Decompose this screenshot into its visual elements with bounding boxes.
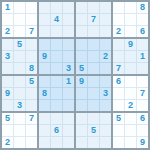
cell-r6c4[interactable] bbox=[39, 63, 50, 74]
cell-r3c10[interactable]: 2 bbox=[113, 26, 124, 37]
cell-r5c11[interactable] bbox=[125, 51, 136, 62]
cell-r8c8[interactable] bbox=[88, 88, 99, 99]
cell-r5c8[interactable] bbox=[88, 51, 99, 62]
cell-r10c1[interactable]: 5 bbox=[2, 113, 13, 124]
cell-r3c1[interactable]: 2 bbox=[2, 26, 13, 37]
cell-r2c6[interactable] bbox=[63, 14, 74, 25]
box-r3c3: 93 bbox=[76, 76, 111, 111]
cell-r3c6[interactable] bbox=[63, 26, 74, 37]
cell-r12c6[interactable] bbox=[63, 137, 74, 148]
cell-r4c10[interactable] bbox=[113, 39, 124, 50]
cell-r3c11[interactable] bbox=[125, 26, 136, 37]
cell-r3c4[interactable] bbox=[39, 26, 50, 37]
cell-r7c5[interactable] bbox=[51, 76, 62, 87]
cell-r8c1[interactable]: 9 bbox=[2, 88, 13, 99]
cell-r9c10[interactable] bbox=[113, 100, 124, 111]
cell-r10c4[interactable] bbox=[39, 113, 50, 124]
cell-r1c6[interactable] bbox=[63, 2, 74, 13]
box-r4c2: 6 bbox=[39, 113, 74, 148]
cell-r9c1[interactable] bbox=[2, 100, 13, 111]
cell-r10c7[interactable] bbox=[76, 113, 87, 124]
cell-r10c6[interactable] bbox=[63, 113, 74, 124]
cell-r10c11[interactable] bbox=[125, 113, 136, 124]
box-r1c2: 4 bbox=[39, 2, 74, 37]
cell-r4c12[interactable] bbox=[137, 39, 148, 50]
cell-r8c11[interactable] bbox=[125, 88, 136, 99]
box-r3c1: 593 bbox=[2, 76, 37, 111]
cell-r12c1[interactable]: 2 bbox=[2, 137, 13, 148]
cell-r3c9[interactable] bbox=[100, 26, 111, 37]
box-r2c3: 25 bbox=[76, 39, 111, 74]
cell-r12c2[interactable] bbox=[14, 137, 25, 148]
box-r2c2: 93 bbox=[39, 39, 74, 74]
cell-r8c10[interactable] bbox=[113, 88, 124, 99]
cell-r1c8[interactable] bbox=[88, 2, 99, 13]
cell-r7c2[interactable] bbox=[14, 76, 25, 87]
cell-r9c5[interactable] bbox=[51, 100, 62, 111]
cell-r7c11[interactable] bbox=[125, 76, 136, 87]
cell-r4c4[interactable] bbox=[39, 39, 50, 50]
cell-r8c3[interactable] bbox=[26, 88, 37, 99]
cell-r12c10[interactable] bbox=[113, 137, 124, 148]
box-r4c4: 569 bbox=[113, 113, 148, 148]
cell-r6c6[interactable]: 3 bbox=[63, 63, 74, 74]
cell-r12c9[interactable] bbox=[100, 137, 111, 148]
cell-r5c7[interactable] bbox=[76, 51, 87, 62]
cell-r2c1[interactable] bbox=[2, 14, 13, 25]
cell-r11c7[interactable] bbox=[76, 125, 87, 136]
cell-r2c3[interactable] bbox=[26, 14, 37, 25]
cell-r6c2[interactable] bbox=[14, 63, 25, 74]
cell-r5c4[interactable]: 9 bbox=[39, 51, 50, 62]
cell-r5c12[interactable]: 1 bbox=[137, 51, 148, 62]
cell-r7c10[interactable]: 6 bbox=[113, 76, 124, 87]
cell-r2c4[interactable] bbox=[39, 14, 50, 25]
cell-r11c9[interactable] bbox=[100, 125, 111, 136]
cell-r4c11[interactable]: 9 bbox=[125, 39, 136, 50]
cell-r7c9[interactable] bbox=[100, 76, 111, 87]
cell-r12c5[interactable] bbox=[51, 137, 62, 148]
cell-r4c8[interactable] bbox=[88, 39, 99, 50]
sudoku-board: 127478265389325917593189367257265569 bbox=[0, 0, 150, 150]
cell-r12c7[interactable] bbox=[76, 137, 87, 148]
cell-r10c12[interactable]: 6 bbox=[137, 113, 148, 124]
cell-r3c3[interactable]: 7 bbox=[26, 26, 37, 37]
cell-r11c4[interactable] bbox=[39, 125, 50, 136]
cell-r7c3[interactable]: 5 bbox=[26, 76, 37, 87]
cell-r1c5[interactable] bbox=[51, 2, 62, 13]
cell-r4c7[interactable] bbox=[76, 39, 87, 50]
cell-r7c12[interactable] bbox=[137, 76, 148, 87]
cell-r3c8[interactable] bbox=[88, 26, 99, 37]
box-r2c1: 538 bbox=[2, 39, 37, 74]
cell-r7c6[interactable]: 1 bbox=[63, 76, 74, 87]
cell-r11c2[interactable] bbox=[14, 125, 25, 136]
cell-r4c1[interactable] bbox=[2, 39, 13, 50]
cell-r9c11[interactable]: 2 bbox=[125, 100, 136, 111]
cell-r1c3[interactable] bbox=[26, 2, 37, 13]
box-r4c3: 5 bbox=[76, 113, 111, 148]
cell-r10c9[interactable] bbox=[100, 113, 111, 124]
cell-r4c6[interactable] bbox=[63, 39, 74, 50]
cell-r9c7[interactable] bbox=[76, 100, 87, 111]
cell-r3c12[interactable]: 6 bbox=[137, 26, 148, 37]
cell-r2c5[interactable]: 4 bbox=[51, 14, 62, 25]
box-r3c4: 672 bbox=[113, 76, 148, 111]
cell-r7c7[interactable]: 9 bbox=[76, 76, 87, 87]
cell-r5c9[interactable]: 2 bbox=[100, 51, 111, 62]
cell-r4c2[interactable]: 5 bbox=[14, 39, 25, 50]
cell-r3c5[interactable] bbox=[51, 26, 62, 37]
cell-r11c1[interactable] bbox=[2, 125, 13, 136]
cell-r9c9[interactable] bbox=[100, 100, 111, 111]
cell-r1c12[interactable]: 8 bbox=[137, 2, 148, 13]
cell-r12c4[interactable] bbox=[39, 137, 50, 148]
cell-r4c3[interactable] bbox=[26, 39, 37, 50]
cell-r2c9[interactable] bbox=[100, 14, 111, 25]
cell-r2c2[interactable] bbox=[14, 14, 25, 25]
cell-r6c1[interactable] bbox=[2, 63, 13, 74]
cell-r10c3[interactable]: 7 bbox=[26, 113, 37, 124]
cell-r6c10[interactable]: 7 bbox=[113, 63, 124, 74]
cell-r8c4[interactable]: 8 bbox=[39, 88, 50, 99]
cell-r7c8[interactable] bbox=[88, 76, 99, 87]
cell-r6c5[interactable] bbox=[51, 63, 62, 74]
cell-r10c8[interactable] bbox=[88, 113, 99, 124]
cell-r8c12[interactable]: 7 bbox=[137, 88, 148, 99]
cell-r9c4[interactable] bbox=[39, 100, 50, 111]
cell-r1c2[interactable] bbox=[14, 2, 25, 13]
cell-r2c8[interactable]: 7 bbox=[88, 14, 99, 25]
box-r1c3: 7 bbox=[76, 2, 111, 37]
cell-r1c9[interactable] bbox=[100, 2, 111, 13]
cell-r8c2[interactable] bbox=[14, 88, 25, 99]
cell-r8c9[interactable]: 3 bbox=[100, 88, 111, 99]
cell-r6c8[interactable] bbox=[88, 63, 99, 74]
cell-r11c12[interactable] bbox=[137, 125, 148, 136]
cell-r6c7[interactable]: 5 bbox=[76, 63, 87, 74]
cell-r1c11[interactable] bbox=[125, 2, 136, 13]
cell-r10c2[interactable] bbox=[14, 113, 25, 124]
cell-r6c9[interactable] bbox=[100, 63, 111, 74]
cell-r5c3[interactable] bbox=[26, 51, 37, 62]
cell-r2c10[interactable] bbox=[113, 14, 124, 25]
cell-r1c1[interactable]: 1 bbox=[2, 2, 13, 13]
cell-r2c11[interactable] bbox=[125, 14, 136, 25]
cell-r1c4[interactable] bbox=[39, 2, 50, 13]
box-r3c2: 18 bbox=[39, 76, 74, 111]
cell-r6c11[interactable] bbox=[125, 63, 136, 74]
cell-r11c5[interactable]: 6 bbox=[51, 125, 62, 136]
cell-r9c8[interactable] bbox=[88, 100, 99, 111]
cell-r10c5[interactable] bbox=[51, 113, 62, 124]
cell-r3c7[interactable] bbox=[76, 26, 87, 37]
cell-r8c6[interactable] bbox=[63, 88, 74, 99]
cell-r5c10[interactable] bbox=[113, 51, 124, 62]
cell-r11c3[interactable] bbox=[26, 125, 37, 136]
cell-r5c2[interactable] bbox=[14, 51, 25, 62]
cell-r5c6[interactable] bbox=[63, 51, 74, 62]
cell-r12c12[interactable]: 9 bbox=[137, 137, 148, 148]
cell-r4c5[interactable] bbox=[51, 39, 62, 50]
cell-r9c2[interactable]: 3 bbox=[14, 100, 25, 111]
cell-r9c6[interactable] bbox=[63, 100, 74, 111]
cell-r12c11[interactable] bbox=[125, 137, 136, 148]
cell-r2c12[interactable] bbox=[137, 14, 148, 25]
cell-r5c5[interactable] bbox=[51, 51, 62, 62]
cell-r1c7[interactable] bbox=[76, 2, 87, 13]
cell-r11c10[interactable] bbox=[113, 125, 124, 136]
cell-r7c4[interactable] bbox=[39, 76, 50, 87]
cell-r7c1[interactable] bbox=[2, 76, 13, 87]
cell-r8c5[interactable] bbox=[51, 88, 62, 99]
cell-r2c7[interactable] bbox=[76, 14, 87, 25]
cell-r12c3[interactable] bbox=[26, 137, 37, 148]
cell-r10c10[interactable]: 5 bbox=[113, 113, 124, 124]
box-r1c4: 826 bbox=[113, 2, 148, 37]
box-r2c4: 917 bbox=[113, 39, 148, 74]
cell-r9c3[interactable] bbox=[26, 100, 37, 111]
cell-r11c6[interactable] bbox=[63, 125, 74, 136]
box-r4c1: 572 bbox=[2, 113, 37, 148]
cell-r4c9[interactable] bbox=[100, 39, 111, 50]
cell-r6c12[interactable] bbox=[137, 63, 148, 74]
cell-r3c2[interactable] bbox=[14, 26, 25, 37]
cell-r9c12[interactable] bbox=[137, 100, 148, 111]
cell-r11c11[interactable] bbox=[125, 125, 136, 136]
cell-r1c10[interactable] bbox=[113, 2, 124, 13]
cell-r12c8[interactable] bbox=[88, 137, 99, 148]
box-r1c1: 127 bbox=[2, 2, 37, 37]
cell-r8c7[interactable] bbox=[76, 88, 87, 99]
sudoku-app: 127478265389325917593189367257265569 bbox=[0, 0, 150, 150]
cell-r5c1[interactable]: 3 bbox=[2, 51, 13, 62]
cell-r6c3[interactable]: 8 bbox=[26, 63, 37, 74]
cell-r11c8[interactable]: 5 bbox=[88, 125, 99, 136]
